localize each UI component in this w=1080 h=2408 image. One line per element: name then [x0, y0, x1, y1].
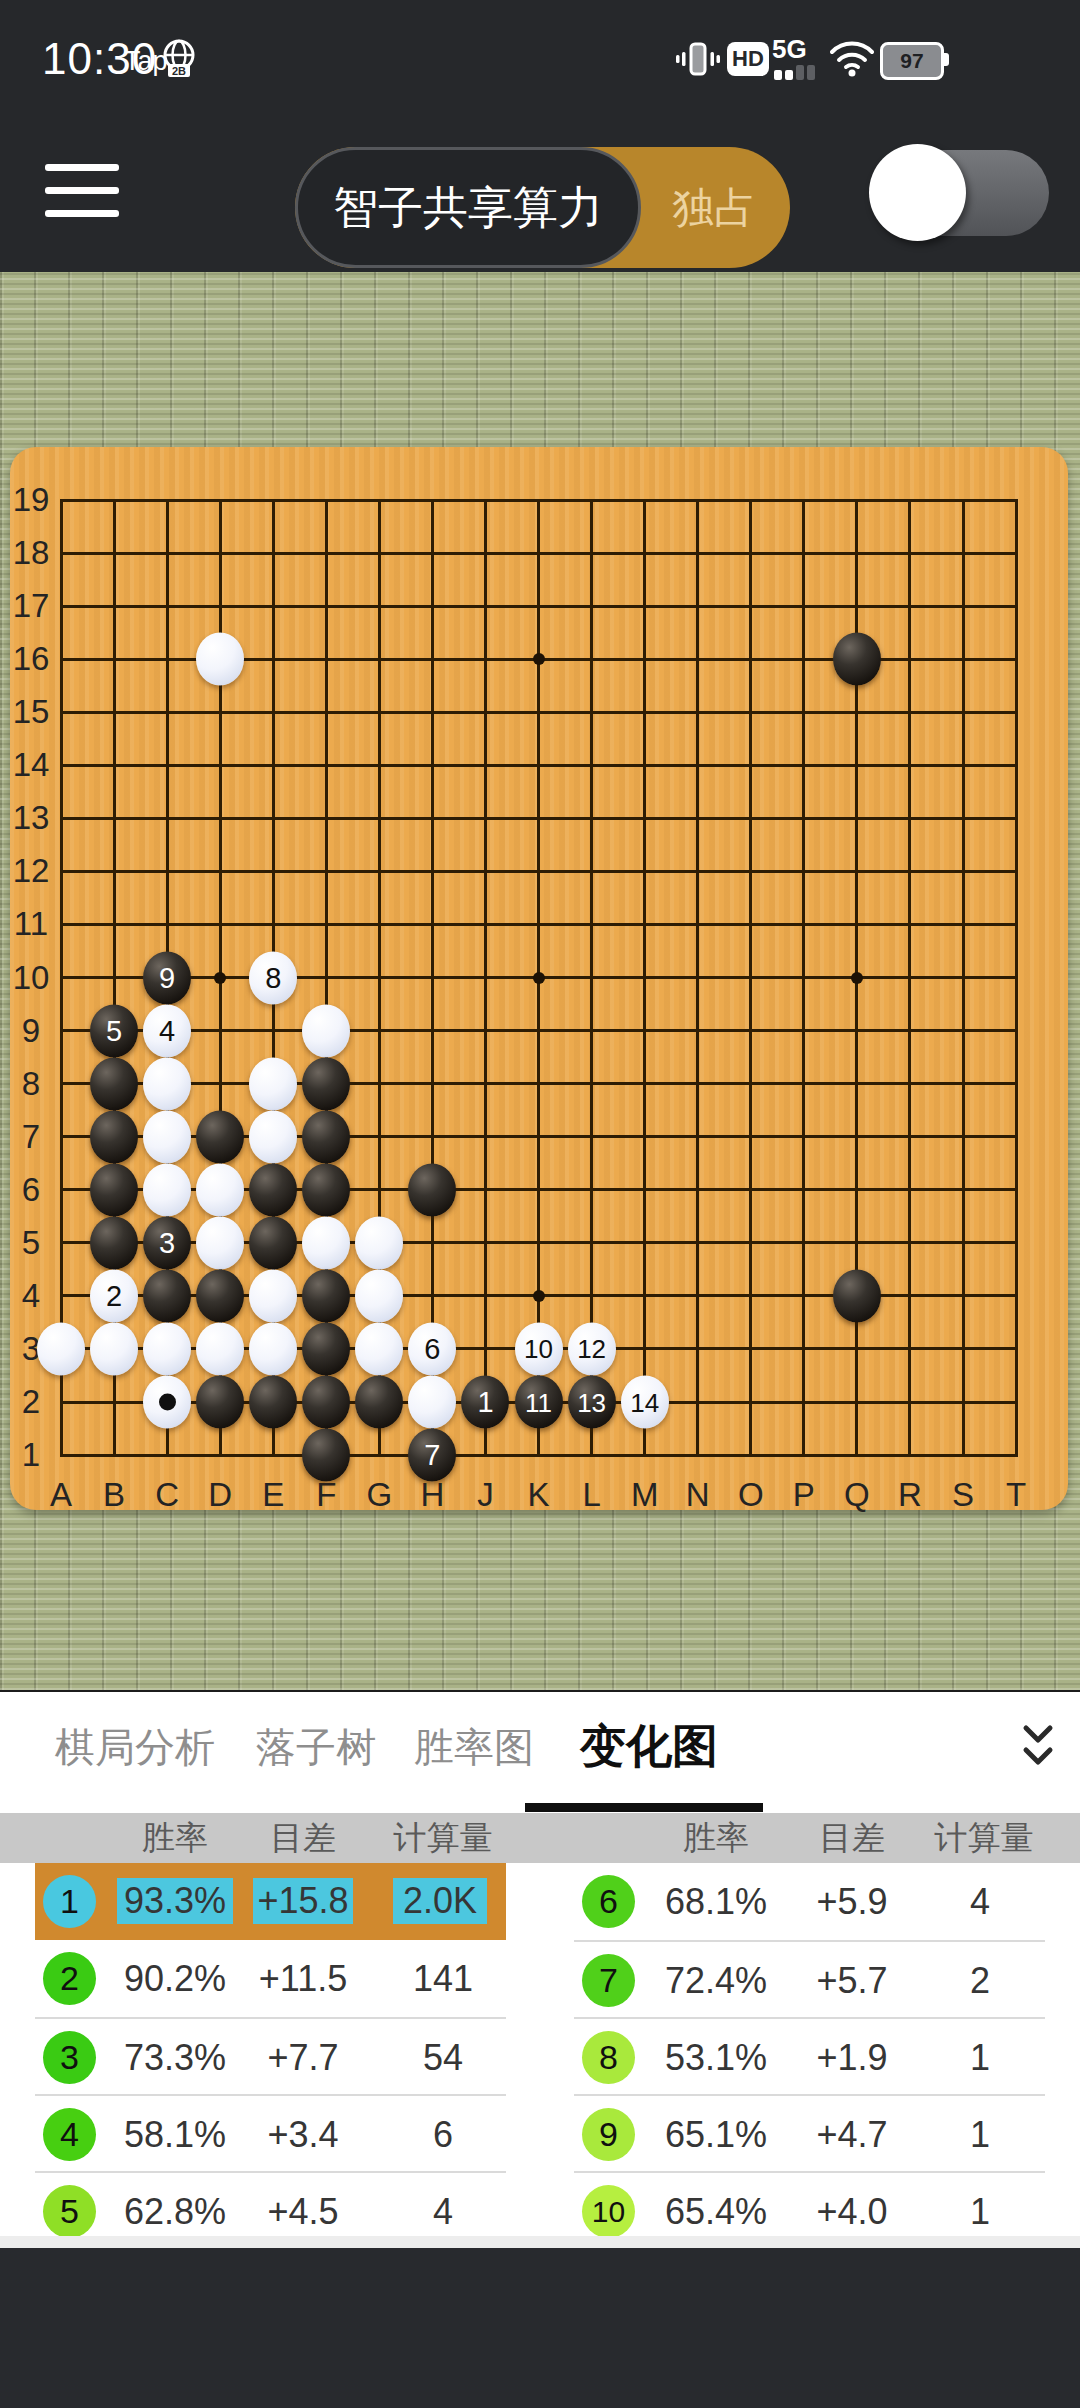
variation-row-3[interactable]: 373.3%+7.754	[35, 2017, 506, 2094]
row-label: 2	[9, 1383, 53, 1421]
stone-L2[interactable]: 13	[568, 1376, 616, 1429]
row-label: 9	[9, 1012, 53, 1050]
row-label: 4	[9, 1277, 53, 1315]
stone-F3[interactable]	[302, 1322, 350, 1375]
tab-1[interactable]: 棋局分析	[55, 1692, 215, 1802]
row-label: 10	[9, 959, 53, 997]
grid-line	[643, 499, 646, 1457]
stone-A3[interactable]	[37, 1322, 85, 1375]
power-switch[interactable]	[873, 150, 1049, 236]
c-diff: +5.9	[792, 1863, 912, 1940]
rank-badge: 7	[582, 1954, 635, 2007]
last-move-marker	[159, 1394, 176, 1411]
signal-bars-icon	[774, 52, 822, 80]
rank-badge: 8	[582, 2031, 635, 2084]
row-label: 19	[9, 481, 53, 519]
column-header: 计算量	[904, 1813, 1064, 1863]
stone-B6[interactable]	[90, 1163, 138, 1216]
c-win: 93.3%	[117, 1878, 233, 1924]
stone-G5[interactable]	[355, 1216, 403, 1269]
stone-F4[interactable]	[302, 1269, 350, 1322]
rank-badge: 4	[43, 2108, 96, 2161]
stone-B4[interactable]: 2	[90, 1269, 138, 1322]
stone-C7[interactable]	[143, 1110, 191, 1163]
stone-L3[interactable]: 12	[568, 1322, 616, 1375]
row-label: 1	[9, 1436, 53, 1474]
move-number: 2	[106, 1281, 122, 1310]
col-label: F	[304, 1476, 348, 1514]
c-diff: +11.5	[243, 1940, 363, 2017]
move-number: 1	[477, 1388, 493, 1417]
tab-4[interactable]: 变化图	[580, 1692, 718, 1802]
stone-F1[interactable]	[302, 1429, 350, 1482]
c-win: 90.2%	[105, 1940, 245, 2017]
c-diff: +1.9	[792, 2019, 912, 2096]
grid-line	[696, 499, 699, 1457]
col-label: D	[198, 1476, 242, 1514]
stone-D2[interactable]	[196, 1376, 244, 1429]
move-number: 12	[577, 1336, 606, 1362]
wifi-icon	[830, 40, 874, 78]
grid-line	[749, 499, 752, 1457]
stone-C6[interactable]	[143, 1163, 191, 1216]
variation-row-1[interactable]: 193.3%+15.82.0K	[35, 1863, 506, 1940]
stone-B8[interactable]	[90, 1057, 138, 1110]
power-switch-knob[interactable]	[869, 144, 966, 241]
stone-E7[interactable]	[249, 1110, 297, 1163]
row-label: 15	[9, 693, 53, 731]
stone-C2[interactable]	[143, 1376, 191, 1429]
row-label: 18	[9, 534, 53, 572]
star-point	[533, 653, 545, 665]
move-number: 7	[424, 1441, 440, 1470]
stone-F5[interactable]	[302, 1216, 350, 1269]
col-label: R	[888, 1476, 932, 1514]
move-number: 10	[524, 1336, 553, 1362]
stone-H2[interactable]	[408, 1376, 456, 1429]
bottom-bar: 白 黑 43	[0, 2248, 1080, 2408]
c-diff: +5.7	[792, 1942, 912, 2019]
stone-Q4[interactable]	[833, 1269, 881, 1322]
move-number: 14	[630, 1389, 659, 1415]
shared-compute-option[interactable]: 智子共享算力	[295, 147, 641, 268]
col-label: H	[410, 1476, 454, 1514]
stone-D7[interactable]	[196, 1110, 244, 1163]
stone-J2[interactable]: 1	[461, 1376, 509, 1429]
stone-F7[interactable]	[302, 1110, 350, 1163]
stone-D5[interactable]	[196, 1216, 244, 1269]
rank-badge: 3	[43, 2031, 96, 2084]
col-label: K	[517, 1476, 561, 1514]
star-point	[851, 972, 863, 984]
col-label: S	[941, 1476, 985, 1514]
c-vis: 1	[920, 2019, 1040, 2096]
variation-row-7[interactable]: 772.4%+5.72	[574, 1940, 1045, 2017]
stone-B5[interactable]	[90, 1216, 138, 1269]
stone-C8[interactable]	[143, 1057, 191, 1110]
column-header: 目差	[223, 1813, 383, 1863]
grid-line	[60, 1029, 1018, 1032]
grid-line	[962, 499, 965, 1457]
analysis-tabs: 棋局分析落子树胜率图变化图	[0, 1690, 1080, 1813]
row-label: 6	[9, 1171, 53, 1209]
move-number: 6	[424, 1334, 440, 1363]
hd-icon: HD	[727, 42, 769, 76]
grid-line	[802, 499, 805, 1457]
tab-3[interactable]: 胜率图	[414, 1692, 534, 1802]
row-label: 16	[9, 640, 53, 678]
stone-C3[interactable]	[143, 1322, 191, 1375]
top-bar: 10:30 Tap 2B HD 5G 97 智子共享算力 独占	[0, 0, 1080, 272]
row-label: 14	[9, 746, 53, 784]
c-win: 73.3%	[105, 2019, 245, 2096]
stone-G2[interactable]	[355, 1376, 403, 1429]
stone-G4[interactable]	[355, 1269, 403, 1322]
exclusive-compute-option[interactable]: 独占	[639, 147, 790, 268]
col-label: T	[994, 1476, 1038, 1514]
move-number: 11	[525, 1389, 552, 1415]
c-diff: +4.7	[792, 2096, 912, 2173]
stone-D4[interactable]	[196, 1269, 244, 1322]
variation-tables: 193.3%+15.82.0K290.2%+11.5141373.3%+7.75…	[0, 1863, 1080, 2236]
svg-text:2B: 2B	[172, 65, 186, 77]
stone-D3[interactable]	[196, 1322, 244, 1375]
stone-E6[interactable]	[249, 1163, 297, 1216]
collapse-chevron-icon[interactable]	[1016, 1722, 1060, 1774]
variation-row-4[interactable]: 458.1%+3.46	[35, 2094, 506, 2171]
rank-badge: 2	[43, 1952, 96, 2005]
battery-icon: 97	[880, 42, 944, 80]
col-label: B	[92, 1476, 136, 1514]
grid-line	[1015, 499, 1018, 1457]
stone-F6[interactable]	[302, 1163, 350, 1216]
stone-E3[interactable]	[249, 1322, 297, 1375]
variation-row-6[interactable]: 668.1%+5.94	[574, 1863, 1045, 1940]
row-label: 17	[9, 587, 53, 625]
column-header: 计算量	[363, 1813, 523, 1863]
stone-C10[interactable]: 9	[143, 951, 191, 1004]
c-vis: 4	[920, 1863, 1040, 1940]
active-tab-underline	[525, 1803, 763, 1812]
stone-C9[interactable]: 4	[143, 1004, 191, 1057]
stone-K2[interactable]: 11	[515, 1376, 563, 1429]
c-win: 65.1%	[646, 2096, 786, 2173]
row-label: 5	[9, 1224, 53, 1262]
stone-H1[interactable]: 7	[408, 1429, 456, 1482]
stone-F2[interactable]	[302, 1376, 350, 1429]
row-label: 12	[9, 852, 53, 890]
stone-E4[interactable]	[249, 1269, 297, 1322]
c-win: 72.4%	[646, 1942, 786, 2019]
stone-Q16[interactable]	[833, 633, 881, 686]
c-vis: 2.0K	[393, 1878, 487, 1924]
col-label: L	[570, 1476, 614, 1514]
c-vis: 54	[383, 2019, 503, 2096]
star-point	[533, 1290, 545, 1302]
c-win: 53.1%	[646, 2019, 786, 2096]
table-column-headers: 胜率胜率目差目差计算量计算量	[0, 1813, 1080, 1863]
move-number: 13	[577, 1389, 606, 1415]
stone-E5[interactable]	[249, 1216, 297, 1269]
c-vis: 6	[383, 2096, 503, 2173]
row-label: 11	[9, 905, 53, 943]
tab-2[interactable]: 落子树	[256, 1692, 376, 1802]
grid-line	[60, 1082, 1018, 1085]
c-diff: +15.8	[253, 1878, 353, 1924]
grid-line	[590, 499, 593, 1457]
rank-badge: 6	[582, 1875, 635, 1928]
col-label: M	[623, 1476, 667, 1514]
c-win: 68.1%	[646, 1863, 786, 1940]
c-vis: 141	[383, 1940, 503, 2017]
rank-badge: 1	[43, 1875, 96, 1928]
stone-F8[interactable]	[302, 1057, 350, 1110]
variation-table-right: 668.1%+5.94772.4%+5.72853.1%+1.91965.1%+…	[574, 1863, 1045, 2248]
col-label: N	[676, 1476, 720, 1514]
stone-D6[interactable]	[196, 1163, 244, 1216]
col-label: Q	[835, 1476, 879, 1514]
stone-E2[interactable]	[249, 1376, 297, 1429]
grid-line	[60, 1454, 1018, 1457]
c-vis: 2	[920, 1942, 1040, 2019]
col-label: A	[39, 1476, 83, 1514]
compute-mode-toggle[interactable]: 智子共享算力 独占	[295, 147, 790, 268]
star-point	[533, 972, 545, 984]
col-label: G	[357, 1476, 401, 1514]
move-number: 5	[106, 1016, 122, 1045]
stone-E8[interactable]	[249, 1057, 297, 1110]
stone-H6[interactable]	[408, 1163, 456, 1216]
col-label: J	[463, 1476, 507, 1514]
move-number: 3	[159, 1228, 175, 1257]
rank-badge: 5	[43, 2185, 96, 2238]
rank-badge: 10	[582, 2185, 635, 2238]
grid-line	[908, 499, 911, 1457]
variation-row-2[interactable]: 290.2%+11.5141	[35, 1940, 506, 2017]
star-point	[214, 972, 226, 984]
move-number: 4	[159, 1016, 175, 1045]
col-label: E	[251, 1476, 295, 1514]
stone-M2[interactable]: 14	[621, 1376, 669, 1429]
variation-row-9[interactable]: 965.1%+4.71	[574, 2094, 1045, 2171]
stone-E10[interactable]: 8	[249, 951, 297, 1004]
col-label: P	[782, 1476, 826, 1514]
row-label: 8	[9, 1065, 53, 1103]
stone-H3[interactable]: 6	[408, 1322, 456, 1375]
row-label: 13	[9, 799, 53, 837]
tatami-background: 19181716151413121110987654321ABCDEFGHJKL…	[0, 272, 1080, 1690]
col-label: O	[729, 1476, 773, 1514]
table-footer-strip	[0, 2236, 1080, 2248]
stone-D16[interactable]	[196, 633, 244, 686]
row-label: 7	[9, 1118, 53, 1156]
globe-icon: 2B	[160, 36, 198, 82]
vibrate-icon	[676, 42, 720, 78]
menu-button[interactable]	[45, 164, 119, 233]
rank-badge: 9	[582, 2108, 635, 2161]
c-diff: +7.7	[243, 2019, 363, 2096]
go-board[interactable]: 19181716151413121110987654321ABCDEFGHJKL…	[10, 447, 1068, 1510]
c-vis: 1	[920, 2096, 1040, 2173]
stone-B9[interactable]: 5	[90, 1004, 138, 1057]
c-diff: +3.4	[243, 2096, 363, 2173]
move-number: 9	[159, 963, 175, 992]
move-number: 8	[265, 963, 281, 992]
stone-K3[interactable]: 10	[515, 1322, 563, 1375]
variation-row-8[interactable]: 853.1%+1.91	[574, 2017, 1045, 2094]
stone-G3[interactable]	[355, 1322, 403, 1375]
stone-B3[interactable]	[90, 1322, 138, 1375]
stone-F9[interactable]	[302, 1004, 350, 1057]
stone-C5[interactable]: 3	[143, 1216, 191, 1269]
col-label: C	[145, 1476, 189, 1514]
stone-C4[interactable]	[143, 1269, 191, 1322]
stone-B7[interactable]	[90, 1110, 138, 1163]
variation-table-left: 193.3%+15.82.0K290.2%+11.5141373.3%+7.75…	[35, 1863, 506, 2248]
c-win: 58.1%	[105, 2096, 245, 2173]
